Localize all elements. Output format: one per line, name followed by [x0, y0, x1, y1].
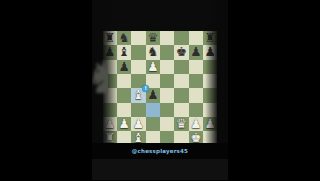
- square-e8[interactable]: [160, 31, 174, 45]
- video-content: ♜♞♛♜♟♝♞♚♟♟♟♟♝!♟♟♟♟♛♟♟♜♝♚ ♞ @chessplayers…: [92, 0, 228, 180]
- square-e6[interactable]: [160, 60, 174, 74]
- square-c4[interactable]: ♝!: [131, 88, 145, 102]
- square-g4[interactable]: [189, 88, 203, 102]
- letterbox-bar-right: [228, 0, 320, 180]
- move-classification-badge: !: [142, 85, 149, 92]
- black-queen[interactable]: ♛: [146, 31, 160, 45]
- letterbox-bar-left: [0, 0, 92, 180]
- blurred-knight-icon: ♞: [92, 56, 108, 100]
- watermark-bar: @chessplayers45: [92, 143, 228, 159]
- black-pawn[interactable]: ♟: [189, 45, 203, 59]
- square-b8[interactable]: ♞: [117, 31, 131, 45]
- square-e2[interactable]: [160, 117, 174, 131]
- black-knight[interactable]: ♞: [117, 31, 131, 45]
- square-f2[interactable]: ♛: [174, 117, 188, 131]
- square-g3[interactable]: [189, 103, 203, 117]
- black-knight[interactable]: ♞: [146, 45, 160, 59]
- chess-board[interactable]: ♜♞♛♜♟♝♞♚♟♟♟♟♝!♟♟♟♟♛♟♟♜♝♚: [103, 31, 218, 146]
- square-b7[interactable]: ♝: [117, 45, 131, 59]
- background-blur-area: ♞: [92, 0, 108, 143]
- square-b6[interactable]: ♟: [117, 60, 131, 74]
- square-b3[interactable]: [117, 103, 131, 117]
- bottom-dark-region: [92, 159, 228, 181]
- square-g6[interactable]: [189, 60, 203, 74]
- square-f4[interactable]: [174, 88, 188, 102]
- square-d7[interactable]: ♞: [146, 45, 160, 59]
- white-queen[interactable]: ♛: [174, 117, 188, 131]
- square-c7[interactable]: [131, 45, 145, 59]
- square-c8[interactable]: [131, 31, 145, 45]
- white-pawn[interactable]: ♟: [131, 117, 145, 131]
- username-watermark: @chessplayers45: [132, 148, 188, 154]
- square-g5[interactable]: [189, 74, 203, 88]
- square-e5[interactable]: [160, 74, 174, 88]
- square-g2[interactable]: ♟: [189, 117, 203, 131]
- square-f8[interactable]: [174, 31, 188, 45]
- square-e4[interactable]: [160, 88, 174, 102]
- black-pawn[interactable]: ♟: [117, 60, 131, 74]
- square-c2[interactable]: ♟: [131, 117, 145, 131]
- square-g8[interactable]: [189, 31, 203, 45]
- square-d6[interactable]: ♟: [146, 60, 160, 74]
- square-d8[interactable]: ♛: [146, 31, 160, 45]
- square-b2[interactable]: ♟: [117, 117, 131, 131]
- square-b5[interactable]: [117, 74, 131, 88]
- square-g7[interactable]: ♟: [189, 45, 203, 59]
- square-c3[interactable]: [131, 103, 145, 117]
- square-f3[interactable]: [174, 103, 188, 117]
- white-pawn[interactable]: ♟: [146, 60, 160, 74]
- black-bishop[interactable]: ♝: [117, 45, 131, 59]
- square-b4[interactable]: [117, 88, 131, 102]
- square-e3[interactable]: [160, 103, 174, 117]
- square-f7[interactable]: ♚: [174, 45, 188, 59]
- square-f6[interactable]: [174, 60, 188, 74]
- video-frame: ♜♞♛♜♟♝♞♚♟♟♟♟♝!♟♟♟♟♛♟♟♜♝♚ ♞ @chessplayers…: [0, 0, 320, 180]
- square-d3[interactable]: [146, 103, 160, 117]
- square-c6[interactable]: [131, 60, 145, 74]
- square-f5[interactable]: [174, 74, 188, 88]
- black-king[interactable]: ♚: [174, 45, 188, 59]
- square-e7[interactable]: [160, 45, 174, 59]
- square-d2[interactable]: [146, 117, 160, 131]
- white-pawn[interactable]: ♟: [189, 117, 203, 131]
- white-pawn[interactable]: ♟: [117, 117, 131, 131]
